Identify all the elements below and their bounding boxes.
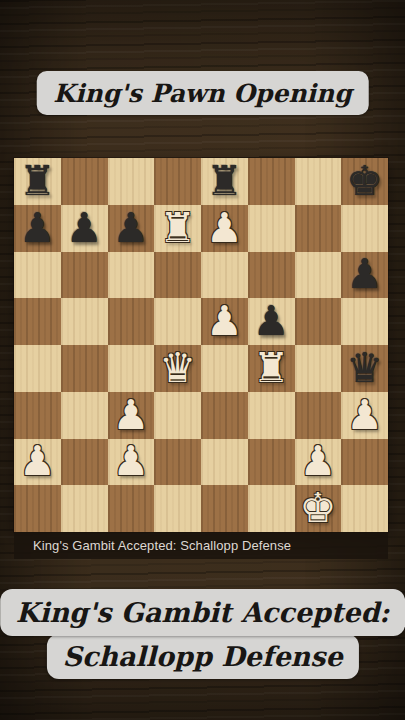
black-king[interactable]: ♚ [341,158,388,205]
white-pawn[interactable]: ♟ [201,298,248,345]
white-rook[interactable]: ♜ [248,345,295,392]
opening-caption-bar: King's Gambit Accepted: Schallopp Defens… [14,532,388,559]
white-pawn[interactable]: ♟ [108,392,155,439]
square-g5[interactable] [295,298,342,345]
footer-text-line2: Schallopp Defense [62,641,342,672]
footer-text-line1: King's Gambit Accepted: [16,597,390,628]
square-f4[interactable]: ♜ [248,345,295,392]
square-g3[interactable] [295,392,342,439]
square-h6[interactable]: ♟ [341,252,388,299]
square-e2[interactable] [201,439,248,486]
square-f6[interactable] [248,252,295,299]
square-b3[interactable] [61,392,108,439]
square-h7[interactable] [341,205,388,252]
square-a4[interactable] [14,345,61,392]
square-d2[interactable] [154,439,201,486]
square-d3[interactable] [154,392,201,439]
black-pawn[interactable]: ♟ [248,298,295,345]
square-f8[interactable] [248,158,295,205]
square-c4[interactable] [108,345,155,392]
square-a7[interactable]: ♟ [14,205,61,252]
square-d4[interactable]: ♛ [154,345,201,392]
black-pawn[interactable]: ♟ [14,205,61,252]
square-f7[interactable] [248,205,295,252]
footer-banner-line1: King's Gambit Accepted: [0,589,405,636]
white-pawn[interactable]: ♟ [108,439,155,486]
square-h2[interactable] [341,439,388,486]
black-pawn[interactable]: ♟ [61,205,108,252]
square-c2[interactable]: ♟ [108,439,155,486]
square-b2[interactable] [61,439,108,486]
square-b6[interactable] [61,252,108,299]
footer-banner-line2: Schallopp Defense [46,634,358,679]
white-pawn[interactable]: ♟ [341,392,388,439]
square-b8[interactable] [61,158,108,205]
white-pawn[interactable]: ♟ [295,439,342,486]
white-queen[interactable]: ♛ [154,345,201,392]
square-f2[interactable] [248,439,295,486]
square-e1[interactable] [201,485,248,532]
square-e4[interactable] [201,345,248,392]
white-pawn[interactable]: ♟ [201,205,248,252]
chess-board[interactable]: ♜♜♚♟♟♟♜♟♟♟♟♛♜♛♟♟♟♟♟♚ [14,158,388,532]
white-king[interactable]: ♚ [295,485,342,532]
square-a1[interactable] [14,485,61,532]
square-g7[interactable] [295,205,342,252]
opening-caption-text: King's Gambit Accepted: Schallopp Defens… [33,538,291,553]
square-c8[interactable] [108,158,155,205]
opening-name-text: King's Pawn Opening [53,79,352,108]
square-d1[interactable] [154,485,201,532]
square-h4[interactable]: ♛ [341,345,388,392]
square-e8[interactable]: ♜ [201,158,248,205]
white-rook[interactable]: ♜ [154,205,201,252]
square-h1[interactable] [341,485,388,532]
square-g8[interactable] [295,158,342,205]
square-f3[interactable] [248,392,295,439]
square-c3[interactable]: ♟ [108,392,155,439]
square-b4[interactable] [61,345,108,392]
square-h5[interactable] [341,298,388,345]
square-b5[interactable] [61,298,108,345]
video-frame: King's Pawn Opening ♜♜♚♟♟♟♜♟♟♟♟♛♜♛♟♟♟♟♟♚… [0,0,405,720]
square-f1[interactable] [248,485,295,532]
square-e7[interactable]: ♟ [201,205,248,252]
square-c5[interactable] [108,298,155,345]
square-e6[interactable] [201,252,248,299]
square-b7[interactable]: ♟ [61,205,108,252]
square-e3[interactable] [201,392,248,439]
square-d5[interactable] [154,298,201,345]
square-g6[interactable] [295,252,342,299]
opening-name-banner: King's Pawn Opening [36,71,369,115]
black-pawn[interactable]: ♟ [108,205,155,252]
square-g2[interactable]: ♟ [295,439,342,486]
square-b1[interactable] [61,485,108,532]
black-pawn[interactable]: ♟ [341,252,388,299]
black-rook[interactable]: ♜ [14,158,61,205]
square-f5[interactable]: ♟ [248,298,295,345]
square-a8[interactable]: ♜ [14,158,61,205]
square-a5[interactable] [14,298,61,345]
square-d8[interactable] [154,158,201,205]
square-c7[interactable]: ♟ [108,205,155,252]
square-d6[interactable] [154,252,201,299]
square-g4[interactable] [295,345,342,392]
black-queen[interactable]: ♛ [341,345,388,392]
square-a3[interactable] [14,392,61,439]
square-a2[interactable]: ♟ [14,439,61,486]
square-h8[interactable]: ♚ [341,158,388,205]
square-a6[interactable] [14,252,61,299]
square-h3[interactable]: ♟ [341,392,388,439]
square-c1[interactable] [108,485,155,532]
white-pawn[interactable]: ♟ [14,439,61,486]
square-g1[interactable]: ♚ [295,485,342,532]
square-d7[interactable]: ♜ [154,205,201,252]
black-rook[interactable]: ♜ [201,158,248,205]
square-e5[interactable]: ♟ [201,298,248,345]
square-c6[interactable] [108,252,155,299]
